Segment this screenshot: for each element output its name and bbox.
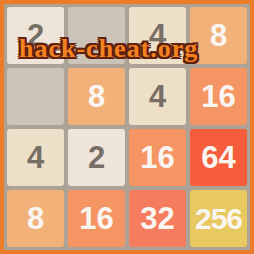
tile-r2c2-value-8: 8: [68, 68, 125, 125]
tile-r2c3-value-4: 4: [129, 68, 186, 125]
tile-r3c3-value-16: 16: [129, 129, 186, 186]
tile-r1c4-value-8: 8: [190, 7, 247, 64]
tile-r3c4-value-64: 64: [190, 129, 247, 186]
tile-r4c2-value-16: 16: [68, 190, 125, 247]
tile-r2c4-value-16: 16: [190, 68, 247, 125]
tile-r3c1-value-4: 4: [7, 129, 64, 186]
tile-r4c4-value-256: 256: [190, 190, 247, 247]
tile-r3c2-value-2: 2: [68, 129, 125, 186]
watermark: hack-cheat.org: [19, 36, 198, 62]
tile-r4c3-value-32: 32: [129, 190, 186, 247]
empty-cell-r2c1: [7, 68, 64, 125]
tile-r4c1-value-8: 8: [7, 190, 64, 247]
game-board[interactable]: 248841642166481632256 hack-cheat.org: [0, 0, 254, 254]
